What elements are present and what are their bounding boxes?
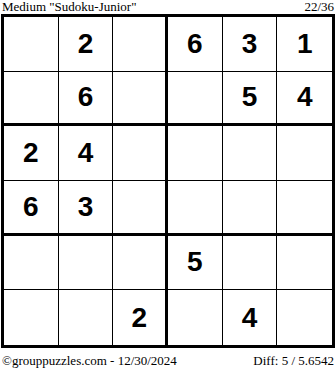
cell-r1c3-empty[interactable] <box>113 17 168 72</box>
cell-r6c3-given: 2 <box>113 290 168 345</box>
cell-r5c4-given: 5 <box>168 236 223 291</box>
cell-r3c1-given: 2 <box>4 126 59 181</box>
cell-r1c4-given: 6 <box>168 17 223 72</box>
cell-r1c1-empty[interactable] <box>4 17 59 72</box>
cell-r6c5-given: 4 <box>223 290 278 345</box>
cell-r2c6-given: 4 <box>277 72 332 127</box>
sudoku-board: 26316542463524 <box>1 14 335 348</box>
cell-r3c5-empty[interactable] <box>223 126 278 181</box>
cell-r4c4-empty[interactable] <box>168 181 223 236</box>
page-header: Medium "Sudoku-Junior" 22/36 <box>0 0 336 14</box>
cell-r2c3-empty[interactable] <box>113 72 168 127</box>
cell-r3c2-given: 4 <box>59 126 114 181</box>
cell-r5c2-empty[interactable] <box>59 236 114 291</box>
cell-r2c4-empty[interactable] <box>168 72 223 127</box>
cell-r1c6-given: 1 <box>277 17 332 72</box>
cell-r6c1-empty[interactable] <box>4 290 59 345</box>
cell-r1c5-given: 3 <box>223 17 278 72</box>
cell-r4c6-empty[interactable] <box>277 181 332 236</box>
cell-r6c4-empty[interactable] <box>168 290 223 345</box>
cell-r4c3-empty[interactable] <box>113 181 168 236</box>
puzzle-counter: 22/36 <box>304 0 334 13</box>
cell-r2c1-empty[interactable] <box>4 72 59 127</box>
cell-r4c1-given: 6 <box>4 181 59 236</box>
cell-r5c3-empty[interactable] <box>113 236 168 291</box>
cell-r3c4-empty[interactable] <box>168 126 223 181</box>
cell-r1c2-given: 2 <box>59 17 114 72</box>
cell-r5c5-empty[interactable] <box>223 236 278 291</box>
cell-r2c5-given: 5 <box>223 72 278 127</box>
cell-r6c6-empty[interactable] <box>277 290 332 345</box>
copyright-credit: ©grouppuzzles.com - 12/30/2024 <box>2 354 177 367</box>
cell-r4c2-given: 3 <box>59 181 114 236</box>
difficulty-rating: Diff: 5 / 5.6542 <box>253 354 334 367</box>
cell-r5c1-empty[interactable] <box>4 236 59 291</box>
cell-r6c2-empty[interactable] <box>59 290 114 345</box>
cell-r3c6-empty[interactable] <box>277 126 332 181</box>
cell-r2c2-given: 6 <box>59 72 114 127</box>
page-footer: ©grouppuzzles.com - 12/30/2024 Diff: 5 /… <box>0 352 336 370</box>
cell-r3c3-empty[interactable] <box>113 126 168 181</box>
puzzle-title: Medium "Sudoku-Junior" <box>2 0 136 13</box>
cell-r5c6-empty[interactable] <box>277 236 332 291</box>
cell-r4c5-empty[interactable] <box>223 181 278 236</box>
